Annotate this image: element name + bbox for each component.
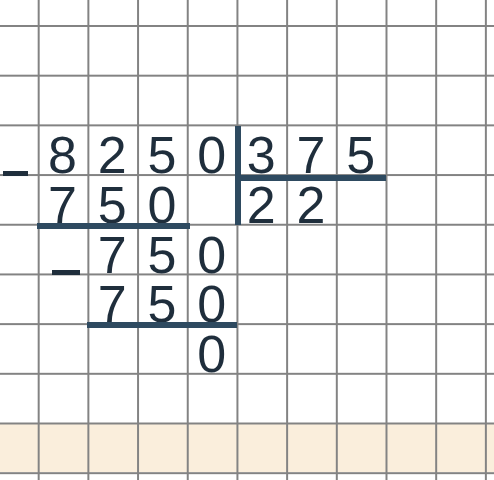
cell-r5-c6: 2 <box>236 180 286 230</box>
subtraction-underline-step2 <box>87 322 237 328</box>
subtraction-underline-step1 <box>37 223 190 229</box>
minus-sign-step1 <box>3 171 28 176</box>
cell-r6-c3: 7 <box>87 230 137 280</box>
cell-r4-c6: 3 <box>236 130 286 180</box>
cell-r4-c4: 5 <box>137 130 187 180</box>
cell-r6-c5: 0 <box>187 230 237 280</box>
squared-paper: 8250375750227507500 <box>0 0 494 480</box>
minus-sign-step2 <box>52 270 80 275</box>
long-division-board: 8250375750227507500 <box>0 0 494 480</box>
cell-r8-c5: 0 <box>187 329 237 379</box>
cell-r4-c7: 7 <box>286 130 336 180</box>
cell-r4-c3: 2 <box>87 130 137 180</box>
cell-r4-c2: 8 <box>38 130 88 180</box>
cell-r4-c8: 5 <box>336 130 386 180</box>
cell-r5-c7: 2 <box>286 180 336 230</box>
cell-r4-c5: 0 <box>187 130 237 180</box>
cell-r6-c4: 5 <box>137 230 187 280</box>
divisor-underline <box>235 175 386 181</box>
